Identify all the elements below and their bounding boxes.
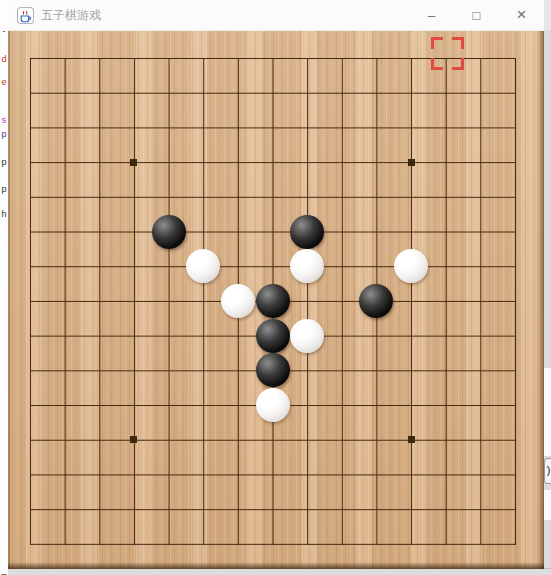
gomoku-board[interactable] bbox=[8, 30, 544, 569]
background-white-patch bbox=[544, 368, 551, 456]
star-point bbox=[408, 436, 415, 443]
stone-white bbox=[290, 319, 324, 353]
background-text-glyph: e bbox=[0, 78, 8, 87]
background-text-glyph: p bbox=[0, 130, 8, 139]
marker-corner-top-left bbox=[431, 37, 443, 49]
background-text-glyph: - bbox=[0, 27, 8, 36]
marker-corner-bottom-left bbox=[431, 58, 443, 70]
board-left-bevel bbox=[8, 31, 10, 569]
board-bottom-bevel bbox=[8, 562, 544, 569]
marker-corner-top-right bbox=[452, 37, 464, 49]
java-coffee-cup-icon bbox=[17, 7, 34, 24]
window-titlebar: 五子棋游戏 – □ × bbox=[8, 0, 544, 31]
marker-corner-bottom-right bbox=[452, 58, 464, 70]
stone-black bbox=[256, 284, 290, 318]
background-text-glyph: d bbox=[0, 55, 8, 64]
stone-black bbox=[256, 353, 290, 387]
background-white-patch bbox=[544, 490, 551, 520]
close-button[interactable]: × bbox=[499, 0, 544, 30]
background-widget-fragment: ) bbox=[544, 458, 551, 484]
stone-black bbox=[256, 319, 290, 353]
screenshot-root: -desppph_ ) 五子棋游戏 – □ × bbox=[0, 0, 551, 575]
board-right-bevel bbox=[538, 31, 544, 569]
star-point bbox=[408, 159, 415, 166]
star-point bbox=[130, 159, 137, 166]
hover-cursor-marker bbox=[431, 37, 464, 70]
background-text-glyph: p bbox=[0, 185, 8, 194]
background-text-glyph: p bbox=[0, 158, 8, 167]
background-text-glyph: _ bbox=[0, 566, 8, 575]
minimize-button[interactable]: – bbox=[409, 0, 454, 30]
stone-white bbox=[221, 284, 255, 318]
desktop-bottom-strip bbox=[8, 568, 551, 575]
star-point bbox=[130, 436, 137, 443]
background-text-glyph: h bbox=[0, 210, 8, 219]
stone-white bbox=[256, 388, 290, 422]
maximize-button[interactable]: □ bbox=[454, 0, 499, 30]
background-text-glyph: s bbox=[0, 116, 8, 125]
window-title: 五子棋游戏 bbox=[41, 7, 409, 24]
background-window-right-sliver: ) bbox=[544, 30, 551, 575]
stone-black bbox=[152, 215, 186, 249]
stone-black bbox=[290, 215, 324, 249]
